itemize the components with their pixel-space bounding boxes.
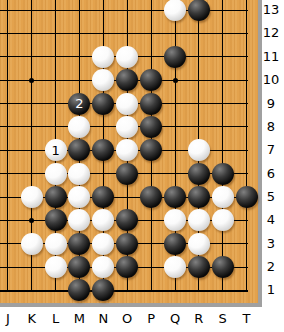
column-label-S: S [213,311,233,327]
row-label-12: 12 [261,25,281,41]
row-label-2: 2 [261,259,281,275]
row-label-7: 7 [261,142,281,158]
white-stone-K3 [21,233,43,255]
row-label-5: 5 [261,189,281,205]
column-label-M: M [69,311,89,327]
black-stone-P7 [140,139,162,161]
black-stone-M1 [68,279,90,301]
white-stone-R3 [188,233,210,255]
grid-vline-S [222,0,223,291]
column-label-L: L [46,311,66,327]
black-stone-N5 [92,186,114,208]
white-stone-K5 [21,186,43,208]
black-stone-M2 [68,256,90,278]
black-stone-N1 [92,279,114,301]
black-stone-Q3 [164,233,186,255]
black-stone-R13 [188,0,210,21]
white-stone-Q13 [164,0,186,21]
white-stone-N2 [92,256,114,278]
black-stone-S6 [212,163,234,185]
black-stone-M7 [68,139,90,161]
black-stone-N7 [92,139,114,161]
row-label-3: 3 [261,236,281,252]
white-stone-M5 [68,186,90,208]
row-label-10: 10 [261,72,281,88]
white-stone-L7: 1 [45,139,67,161]
white-stone-N11 [92,46,114,68]
white-stone-Q2 [164,256,186,278]
grid-hline-1 [0,290,248,292]
white-stone-M8 [68,116,90,138]
row-label-1: 1 [261,282,281,298]
column-label-N: N [93,311,113,327]
white-stone-S5 [212,186,234,208]
row-label-9: 9 [261,96,281,112]
black-stone-M3 [68,233,90,255]
star-point-Q10 [173,78,178,83]
white-stone-O9 [116,93,138,115]
column-label-Q: Q [165,311,185,327]
white-stone-L3 [45,233,67,255]
black-stone-R6 [188,163,210,185]
star-point-K4 [29,218,34,223]
white-stone-O7 [116,139,138,161]
grid-hline-13 [0,10,248,11]
row-label-13: 13 [261,2,281,18]
column-label-T: T [237,311,257,327]
go-board-viewer: 21 13121110987654321 JKLMNOPQRST [0,0,284,332]
black-stone-O10 [116,69,138,91]
black-stone-O6 [116,163,138,185]
white-stone-R7 [188,139,210,161]
white-stone-R4 [188,209,210,231]
black-stone-O2 [116,256,138,278]
white-stone-S4 [212,209,234,231]
white-stone-N10 [92,69,114,91]
black-stone-P10 [140,69,162,91]
row-label-6: 6 [261,166,281,182]
row-label-8: 8 [261,119,281,135]
black-stone-Q11 [164,46,186,68]
column-label-O: O [117,311,137,327]
black-stone-P9 [140,93,162,115]
black-stone-P8 [140,116,162,138]
grid-vline-T [246,0,247,291]
white-stone-O11 [116,46,138,68]
black-stone-O4 [116,209,138,231]
white-stone-N3 [92,233,114,255]
black-stone-P5 [140,186,162,208]
black-stone-M9: 2 [68,93,90,115]
white-stone-L2 [45,256,67,278]
grid-vline-J [7,0,8,291]
black-stone-Q5 [164,186,186,208]
white-stone-L6 [45,163,67,185]
black-stone-L4 [45,209,67,231]
white-stone-O8 [116,116,138,138]
move-number-label-L7: 1 [51,144,59,157]
white-stone-Q4 [164,209,186,231]
black-stone-O3 [116,233,138,255]
column-label-J: J [0,311,18,327]
white-stone-M4 [68,209,90,231]
black-stone-S2 [212,256,234,278]
row-label-11: 11 [261,49,281,65]
move-number-label-M9: 2 [75,97,83,110]
column-label-P: P [141,311,161,327]
white-stone-M6 [68,163,90,185]
black-stone-N9 [92,93,114,115]
column-label-R: R [189,311,209,327]
grid-hline-12 [0,33,248,34]
column-label-K: K [22,311,42,327]
white-stone-N4 [92,209,114,231]
black-stone-R5 [188,186,210,208]
black-stone-R2 [188,256,210,278]
black-stone-T5 [236,186,258,208]
star-point-K10 [29,78,34,83]
row-label-4: 4 [261,212,281,228]
black-stone-L5 [45,186,67,208]
go-board[interactable]: 21 [0,0,262,307]
